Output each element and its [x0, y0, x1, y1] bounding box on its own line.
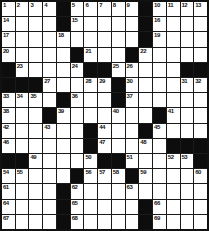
white-cell-r13c10[interactable]: 63 [126, 184, 139, 198]
white-cell-r2c8[interactable] [98, 17, 111, 31]
white-cell-r9c6[interactable] [71, 124, 84, 138]
white-cell-r13c12[interactable] [153, 184, 166, 198]
white-cell-r7c7[interactable] [84, 93, 97, 107]
white-cell-r14c14[interactable] [181, 200, 194, 214]
clue-number: 57 [99, 169, 105, 176]
clue-number: 68 [72, 215, 78, 222]
clue-number: 47 [99, 139, 105, 146]
white-cell-r4c8[interactable] [98, 48, 111, 62]
black-square [181, 63, 194, 77]
black-square [139, 2, 152, 16]
clue-number: 6 [85, 2, 88, 9]
white-cell-r14c4[interactable] [43, 200, 56, 214]
white-cell-r8c10[interactable] [126, 108, 139, 122]
white-cell-r13c3[interactable] [29, 184, 42, 198]
clue-number: 27 [44, 78, 50, 85]
white-cell-r8c13[interactable]: 41 [167, 108, 180, 122]
white-cell-r8c2[interactable] [16, 108, 29, 122]
white-cell-r2c7[interactable] [84, 17, 97, 31]
white-cell-r5c10[interactable]: 26 [126, 63, 139, 77]
white-cell-r9c8[interactable]: 44 [98, 124, 111, 138]
white-cell-r15c8[interactable] [98, 215, 111, 229]
white-cell-r4c12[interactable] [153, 48, 166, 62]
black-square [57, 2, 70, 16]
clue-number: 49 [30, 154, 36, 161]
white-cell-r6c13[interactable] [167, 78, 180, 92]
black-square [57, 200, 70, 214]
white-cell-r10c12[interactable] [153, 139, 166, 153]
white-cell-r14c8[interactable] [98, 200, 111, 214]
white-cell-r7c3[interactable]: 35 [29, 93, 42, 107]
black-square [2, 78, 15, 92]
clue-number: 4 [44, 2, 47, 9]
white-cell-r5c6[interactable]: 24 [71, 63, 84, 77]
white-cell-r12c3[interactable] [29, 169, 42, 183]
clue-number: 51 [127, 154, 133, 161]
clue-number: 60 [195, 169, 201, 176]
white-cell-r3c4[interactable] [43, 32, 56, 46]
white-cell-r13c13[interactable] [167, 184, 180, 198]
black-square [139, 32, 152, 46]
clue-number: 69 [154, 215, 160, 222]
clue-number: 54 [3, 169, 9, 176]
white-cell-r1c14[interactable]: 12 [181, 2, 194, 16]
clue-number: 19 [154, 32, 160, 39]
white-cell-r14c2[interactable] [16, 200, 29, 214]
clue-number: 50 [85, 154, 91, 161]
black-square [16, 78, 29, 92]
black-square [71, 169, 84, 183]
clue-number: 10 [154, 2, 160, 9]
white-cell-r9c15[interactable] [194, 124, 207, 138]
white-cell-r13c7[interactable] [84, 184, 97, 198]
clue-number: 11 [168, 2, 173, 9]
white-cell-r10c11[interactable]: 48 [139, 139, 152, 153]
white-cell-r2c15[interactable] [194, 17, 207, 31]
white-cell-r8c5[interactable]: 39 [57, 108, 70, 122]
white-cell-r7c10[interactable]: 37 [126, 93, 139, 107]
clue-number: 29 [99, 78, 105, 85]
clue-number: 5 [72, 2, 75, 9]
white-cell-r4c15[interactable] [194, 48, 207, 62]
white-cell-r2c1[interactable]: 14 [2, 17, 15, 31]
white-cell-r8c8[interactable] [98, 108, 111, 122]
white-cell-r12c15[interactable]: 60 [194, 169, 207, 183]
white-cell-r6c12[interactable] [153, 78, 166, 92]
clue-number: 45 [154, 124, 160, 131]
white-cell-r3c8[interactable] [98, 32, 111, 46]
black-square [71, 48, 84, 62]
white-cell-r15c4[interactable] [43, 215, 56, 229]
white-cell-r2c12[interactable]: 16 [153, 17, 166, 31]
clue-number: 30 [127, 78, 133, 85]
white-cell-r15c9[interactable] [112, 215, 125, 229]
clue-number: 23 [17, 63, 23, 70]
white-cell-r7c14[interactable] [181, 93, 194, 107]
white-cell-r13c6[interactable]: 62 [71, 184, 84, 198]
clue-number: 13 [195, 2, 201, 9]
white-cell-r13c15[interactable] [194, 184, 207, 198]
white-cell-r8c7[interactable] [84, 108, 97, 122]
clue-number: 3 [30, 2, 33, 9]
white-cell-r5c13[interactable] [167, 63, 180, 77]
clue-number: 18 [58, 32, 64, 39]
white-cell-r3c13[interactable] [167, 32, 180, 46]
white-cell-r12c1[interactable]: 54 [2, 169, 15, 183]
white-cell-r7c11[interactable] [139, 93, 152, 107]
black-square [2, 154, 15, 168]
white-cell-r7c6[interactable]: 36 [71, 93, 84, 107]
black-square [194, 139, 207, 153]
white-cell-r2c9[interactable] [112, 17, 125, 31]
white-cell-r15c14[interactable] [181, 215, 194, 229]
white-cell-r7c15[interactable] [194, 93, 207, 107]
clue-number: 31 [182, 78, 188, 85]
white-cell-r10c10[interactable] [126, 139, 139, 153]
clue-number: 40 [113, 108, 119, 115]
black-square [57, 17, 70, 31]
clue-number: 58 [113, 169, 119, 176]
white-cell-r2c10[interactable] [126, 17, 139, 31]
white-cell-r7c13[interactable] [167, 93, 180, 107]
black-square [112, 78, 125, 92]
white-cell-r8c11[interactable] [139, 108, 152, 122]
white-cell-r8c1[interactable]: 38 [2, 108, 15, 122]
white-cell-r9c10[interactable] [126, 124, 139, 138]
white-cell-r4c14[interactable] [181, 48, 194, 62]
white-cell-r2c14[interactable] [181, 17, 194, 31]
clue-number: 26 [127, 63, 133, 70]
white-cell-r2c4[interactable] [43, 17, 56, 31]
white-cell-r15c2[interactable] [16, 215, 29, 229]
white-cell-r9c9[interactable] [112, 124, 125, 138]
white-cell-r5c12[interactable] [153, 63, 166, 77]
black-square [84, 124, 97, 138]
white-cell-r3c1[interactable]: 17 [2, 32, 15, 46]
clue-number: 67 [3, 215, 9, 222]
white-cell-r13c11[interactable] [139, 184, 152, 198]
white-cell-r9c14[interactable] [181, 124, 194, 138]
white-cell-r15c15[interactable] [194, 215, 207, 229]
white-cell-r2c3[interactable] [29, 17, 42, 31]
white-cell-r6c5[interactable] [57, 78, 70, 92]
white-cell-r12c11[interactable]: 59 [139, 169, 152, 183]
white-cell-r12c9[interactable]: 58 [112, 169, 125, 183]
black-square [153, 108, 166, 122]
clue-number: 8 [113, 2, 116, 9]
black-square [84, 139, 97, 153]
clue-number: 64 [3, 200, 9, 207]
white-cell-r4c5[interactable] [57, 48, 70, 62]
white-cell-r1c1[interactable]: 1 [2, 2, 15, 16]
black-square [126, 169, 139, 183]
white-cell-r1c12[interactable]: 10 [153, 2, 166, 16]
white-cell-r11c14[interactable]: 53 [181, 154, 194, 168]
white-cell-r5c2[interactable]: 23 [16, 63, 29, 77]
white-cell-r11c12[interactable] [153, 154, 166, 168]
white-cell-r15c10[interactable] [126, 215, 139, 229]
white-cell-r2c6[interactable]: 15 [71, 17, 84, 31]
black-square [112, 93, 125, 107]
white-cell-r6c7[interactable]: 28 [84, 78, 97, 92]
white-cell-r13c14[interactable] [181, 184, 194, 198]
clue-number: 20 [3, 48, 9, 55]
clue-number: 17 [3, 32, 9, 39]
clue-number: 53 [182, 154, 188, 161]
white-cell-r3c10[interactable] [126, 32, 139, 46]
white-cell-r10c3[interactable] [29, 139, 42, 153]
black-square [57, 93, 70, 107]
clue-number: 21 [85, 48, 91, 55]
clue-number: 62 [72, 184, 78, 191]
clue-number: 46 [3, 139, 9, 146]
white-cell-r15c7[interactable] [84, 215, 97, 229]
white-cell-r1c2[interactable]: 2 [16, 2, 29, 16]
white-cell-r3c3[interactable] [29, 32, 42, 46]
white-cell-r12c7[interactable]: 56 [84, 169, 97, 183]
white-cell-r9c4[interactable]: 43 [43, 124, 56, 138]
clue-number: 37 [127, 93, 133, 100]
clue-number: 42 [3, 124, 9, 131]
black-square [2, 63, 15, 77]
white-cell-r4c9[interactable] [112, 48, 125, 62]
white-cell-r6c15[interactable]: 32 [194, 78, 207, 92]
clue-number: 32 [195, 78, 201, 85]
white-cell-r8c3[interactable] [29, 108, 42, 122]
white-cell-r2c13[interactable] [167, 17, 180, 31]
white-cell-r12c13[interactable] [167, 169, 180, 183]
black-square [57, 184, 70, 198]
clue-number: 66 [154, 200, 160, 207]
clue-number: 63 [127, 184, 133, 191]
white-cell-r1c10[interactable]: 9 [126, 2, 139, 16]
clue-number: 25 [113, 63, 119, 70]
black-square [194, 63, 207, 77]
white-cell-r9c3[interactable] [29, 124, 42, 138]
white-cell-r11c13[interactable]: 52 [167, 154, 180, 168]
clue-number: 7 [99, 2, 102, 9]
white-cell-r1c8[interactable]: 7 [98, 2, 111, 16]
white-cell-r9c13[interactable] [167, 124, 180, 138]
clue-number: 36 [72, 93, 78, 100]
white-cell-r12c5[interactable] [57, 169, 70, 183]
white-cell-r12c4[interactable] [43, 169, 56, 183]
clue-number: 28 [85, 78, 91, 85]
white-cell-r14c13[interactable] [167, 200, 180, 214]
white-cell-r14c6[interactable]: 65 [71, 200, 84, 214]
white-cell-r3c14[interactable] [181, 32, 194, 46]
white-cell-r3c7[interactable] [84, 32, 97, 46]
white-cell-r3c6[interactable] [71, 32, 84, 46]
white-cell-r12c2[interactable]: 55 [16, 169, 29, 183]
white-cell-r4c4[interactable] [43, 48, 56, 62]
white-cell-r13c1[interactable]: 61 [2, 184, 15, 198]
black-square [29, 78, 42, 92]
white-cell-r13c4[interactable] [43, 184, 56, 198]
white-cell-r4c1[interactable]: 20 [2, 48, 15, 62]
white-cell-r14c15[interactable] [194, 200, 207, 214]
black-square [98, 154, 111, 168]
white-cell-r7c4[interactable] [43, 93, 56, 107]
white-cell-r13c2[interactable] [16, 184, 29, 198]
white-cell-r10c4[interactable] [43, 139, 56, 153]
white-cell-r11c10[interactable]: 51 [126, 154, 139, 168]
white-cell-r15c3[interactable] [29, 215, 42, 229]
white-cell-r8c6[interactable] [71, 108, 84, 122]
black-square [16, 154, 29, 168]
white-cell-r1c6[interactable]: 5 [71, 2, 84, 16]
white-cell-r4c7[interactable]: 21 [84, 48, 97, 62]
clue-number: 48 [140, 139, 146, 146]
white-cell-r6c6[interactable] [71, 78, 84, 92]
white-cell-r5c11[interactable] [139, 63, 152, 77]
white-cell-r10c9[interactable] [112, 139, 125, 153]
clue-number: 43 [44, 124, 50, 131]
white-cell-r6c10[interactable]: 30 [126, 78, 139, 92]
white-cell-r8c14[interactable] [181, 108, 194, 122]
white-cell-r9c5[interactable] [57, 124, 70, 138]
white-cell-r11c6[interactable] [71, 154, 84, 168]
crossword-grid: 1234567891011121314151617181920212223242… [0, 0, 209, 231]
white-cell-r1c3[interactable]: 3 [29, 2, 42, 16]
black-square [112, 154, 125, 168]
white-cell-r14c3[interactable] [29, 200, 42, 214]
white-cell-r4c2[interactable] [16, 48, 29, 62]
white-cell-r1c4[interactable]: 4 [43, 2, 56, 16]
white-cell-r10c2[interactable] [16, 139, 29, 153]
white-cell-r9c12[interactable]: 45 [153, 124, 166, 138]
black-square [139, 215, 152, 229]
clue-number: 22 [140, 48, 146, 55]
black-square [126, 48, 139, 62]
white-cell-r11c4[interactable] [43, 154, 56, 168]
white-cell-r15c12[interactable]: 69 [153, 215, 166, 229]
black-square [98, 63, 111, 77]
black-square [139, 124, 152, 138]
clue-number: 59 [140, 169, 146, 176]
black-square [167, 139, 180, 153]
white-cell-r4c13[interactable] [167, 48, 180, 62]
white-cell-r13c8[interactable] [98, 184, 111, 198]
white-cell-r5c4[interactable] [43, 63, 56, 77]
white-cell-r6c11[interactable] [139, 78, 152, 92]
clue-number: 41 [168, 108, 174, 115]
clue-number: 15 [72, 17, 78, 24]
clue-number: 14 [3, 17, 9, 24]
clue-number: 55 [17, 169, 23, 176]
white-cell-r10c1[interactable]: 46 [2, 139, 15, 153]
black-square [139, 17, 152, 31]
white-cell-r9c1[interactable]: 42 [2, 124, 15, 138]
crossword-puzzle: 1234567891011121314151617181920212223242… [0, 0, 209, 231]
clue-number: 38 [3, 108, 9, 115]
clue-number: 12 [182, 2, 188, 9]
white-cell-r14c7[interactable] [84, 200, 97, 214]
white-cell-r4c3[interactable] [29, 48, 42, 62]
white-cell-r14c10[interactable] [126, 200, 139, 214]
white-cell-r8c9[interactable]: 40 [112, 108, 125, 122]
white-cell-r10c5[interactable] [57, 139, 70, 153]
white-cell-r13c9[interactable] [112, 184, 125, 198]
white-cell-r7c12[interactable] [153, 93, 166, 107]
clue-number: 1 [3, 2, 6, 9]
white-cell-r1c7[interactable]: 6 [84, 2, 97, 16]
clue-number: 16 [154, 17, 160, 24]
clue-number: 33 [3, 93, 9, 100]
white-cell-r8c15[interactable] [194, 108, 207, 122]
white-cell-r4c11[interactable]: 22 [139, 48, 152, 62]
white-cell-r7c1[interactable]: 33 [2, 93, 15, 107]
clue-number: 24 [72, 63, 78, 70]
white-cell-r7c8[interactable] [98, 93, 111, 107]
white-cell-r11c3[interactable]: 49 [29, 154, 42, 168]
white-cell-r12c14[interactable] [181, 169, 194, 183]
white-cell-r15c1[interactable]: 67 [2, 215, 15, 229]
white-cell-r3c15[interactable] [194, 32, 207, 46]
white-cell-r14c12[interactable]: 66 [153, 200, 166, 214]
white-cell-r10c6[interactable] [71, 139, 84, 153]
white-cell-r6c8[interactable]: 29 [98, 78, 111, 92]
white-cell-r14c9[interactable] [112, 200, 125, 214]
clue-number: 52 [168, 154, 174, 161]
black-square [194, 154, 207, 168]
clue-number: 61 [3, 184, 9, 191]
white-cell-r9c2[interactable] [16, 124, 29, 138]
white-cell-r1c15[interactable]: 13 [194, 2, 207, 16]
clue-number: 34 [17, 93, 23, 100]
white-cell-r14c1[interactable]: 64 [2, 200, 15, 214]
black-square [43, 108, 56, 122]
white-cell-r3c12[interactable]: 19 [153, 32, 166, 46]
white-cell-r6c14[interactable]: 31 [181, 78, 194, 92]
white-cell-r10c8[interactable]: 47 [98, 139, 111, 153]
clue-number: 39 [58, 108, 64, 115]
clue-number: 65 [72, 200, 78, 207]
clue-number: 35 [30, 93, 36, 100]
white-cell-r15c6[interactable]: 68 [71, 215, 84, 229]
white-cell-r11c11[interactable] [139, 154, 152, 168]
white-cell-r1c13[interactable]: 11 [167, 2, 180, 16]
white-cell-r5c5[interactable] [57, 63, 70, 77]
black-square [139, 200, 152, 214]
white-cell-r1c9[interactable]: 8 [112, 2, 125, 16]
white-cell-r11c7[interactable]: 50 [84, 154, 97, 168]
black-square [57, 215, 70, 229]
white-cell-r3c2[interactable] [16, 32, 29, 46]
clue-number: 56 [85, 169, 91, 176]
white-cell-r3c9[interactable] [112, 32, 125, 46]
black-square [181, 139, 194, 153]
white-cell-r5c9[interactable]: 25 [112, 63, 125, 77]
white-cell-r2c2[interactable] [16, 17, 29, 31]
clue-number: 44 [99, 124, 105, 131]
white-cell-r12c8[interactable]: 57 [98, 169, 111, 183]
white-cell-r11c5[interactable] [57, 154, 70, 168]
white-cell-r7c2[interactable]: 34 [16, 93, 29, 107]
clue-number: 2 [17, 2, 20, 9]
white-cell-r6c4[interactable]: 27 [43, 78, 56, 92]
white-cell-r12c12[interactable] [153, 169, 166, 183]
clue-number: 9 [127, 2, 130, 9]
white-cell-r3c5[interactable]: 18 [57, 32, 70, 46]
white-cell-r5c3[interactable] [29, 63, 42, 77]
white-cell-r15c13[interactable] [167, 215, 180, 229]
black-square [84, 63, 97, 77]
